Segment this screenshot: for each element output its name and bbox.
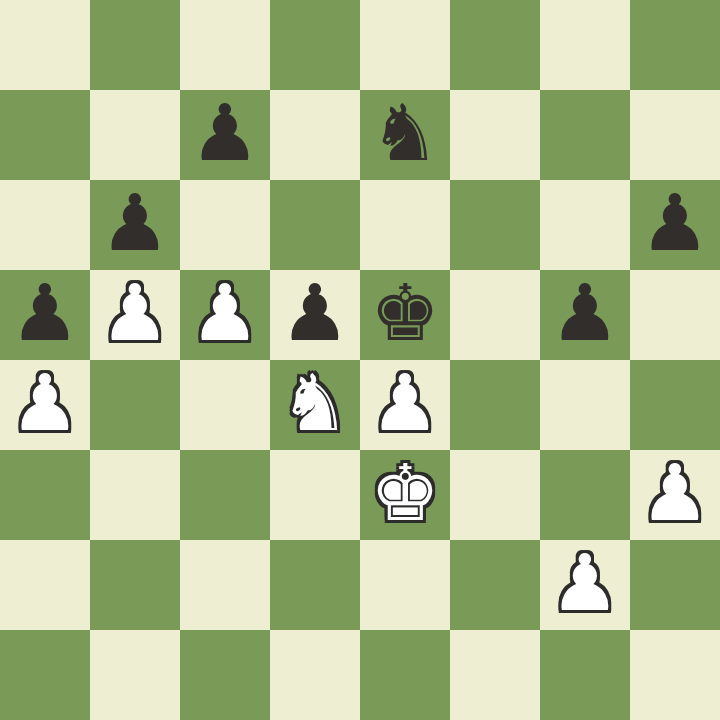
square-a8[interactable] xyxy=(0,0,90,90)
square-c2[interactable] xyxy=(180,540,270,630)
square-d7[interactable] xyxy=(270,90,360,180)
square-g7[interactable] xyxy=(540,90,630,180)
square-c7[interactable]: ♟ xyxy=(180,90,270,180)
black-pawn[interactable]: ♟ xyxy=(10,268,80,358)
square-c1[interactable] xyxy=(180,630,270,720)
square-b2[interactable] xyxy=(90,540,180,630)
square-d2[interactable] xyxy=(270,540,360,630)
square-c3[interactable] xyxy=(180,450,270,540)
square-f1[interactable] xyxy=(450,630,540,720)
square-h7[interactable] xyxy=(630,90,720,180)
square-h8[interactable] xyxy=(630,0,720,90)
square-d5[interactable]: ♟ xyxy=(270,270,360,360)
square-h6[interactable]: ♟ xyxy=(630,180,720,270)
square-f8[interactable] xyxy=(450,0,540,90)
black-pawn[interactable]: ♟ xyxy=(550,268,620,358)
square-a3[interactable] xyxy=(0,450,90,540)
white-pawn[interactable]: ♟ xyxy=(100,268,170,358)
square-b7[interactable] xyxy=(90,90,180,180)
square-c5[interactable]: ♟ xyxy=(180,270,270,360)
square-d3[interactable] xyxy=(270,450,360,540)
black-pawn[interactable]: ♟ xyxy=(190,88,260,178)
square-e2[interactable] xyxy=(360,540,450,630)
square-f3[interactable] xyxy=(450,450,540,540)
square-d4[interactable]: ♞ xyxy=(270,360,360,450)
square-d1[interactable] xyxy=(270,630,360,720)
white-pawn[interactable]: ♟ xyxy=(640,448,710,538)
square-b8[interactable] xyxy=(90,0,180,90)
square-b4[interactable] xyxy=(90,360,180,450)
square-f4[interactable] xyxy=(450,360,540,450)
square-f2[interactable] xyxy=(450,540,540,630)
square-a7[interactable] xyxy=(0,90,90,180)
square-e3[interactable]: ♚ xyxy=(360,450,450,540)
square-h1[interactable] xyxy=(630,630,720,720)
square-a2[interactable] xyxy=(0,540,90,630)
square-g5[interactable]: ♟ xyxy=(540,270,630,360)
black-pawn[interactable]: ♟ xyxy=(100,178,170,268)
chess-board: ♟♞♟♟♟♟♟♟♚♟♟♞♟♚♟♟ xyxy=(0,0,720,720)
white-pawn[interactable]: ♟ xyxy=(190,268,260,358)
white-king[interactable]: ♚ xyxy=(370,448,440,538)
square-b3[interactable] xyxy=(90,450,180,540)
square-a6[interactable] xyxy=(0,180,90,270)
square-e6[interactable] xyxy=(360,180,450,270)
square-b1[interactable] xyxy=(90,630,180,720)
white-pawn[interactable]: ♟ xyxy=(370,358,440,448)
square-g8[interactable] xyxy=(540,0,630,90)
square-e8[interactable] xyxy=(360,0,450,90)
square-g3[interactable] xyxy=(540,450,630,540)
black-pawn[interactable]: ♟ xyxy=(640,178,710,268)
square-a4[interactable]: ♟ xyxy=(0,360,90,450)
square-g2[interactable]: ♟ xyxy=(540,540,630,630)
square-c6[interactable] xyxy=(180,180,270,270)
square-f7[interactable] xyxy=(450,90,540,180)
black-king[interactable]: ♚ xyxy=(370,268,440,358)
square-d6[interactable] xyxy=(270,180,360,270)
square-d8[interactable] xyxy=(270,0,360,90)
square-e4[interactable]: ♟ xyxy=(360,360,450,450)
black-knight[interactable]: ♞ xyxy=(370,88,440,178)
square-e5[interactable]: ♚ xyxy=(360,270,450,360)
square-h4[interactable] xyxy=(630,360,720,450)
square-b5[interactable]: ♟ xyxy=(90,270,180,360)
square-f5[interactable] xyxy=(450,270,540,360)
square-c8[interactable] xyxy=(180,0,270,90)
square-g6[interactable] xyxy=(540,180,630,270)
square-f6[interactable] xyxy=(450,180,540,270)
square-e1[interactable] xyxy=(360,630,450,720)
square-a1[interactable] xyxy=(0,630,90,720)
square-g4[interactable] xyxy=(540,360,630,450)
square-h5[interactable] xyxy=(630,270,720,360)
square-h2[interactable] xyxy=(630,540,720,630)
square-e7[interactable]: ♞ xyxy=(360,90,450,180)
square-h3[interactable]: ♟ xyxy=(630,450,720,540)
white-pawn[interactable]: ♟ xyxy=(550,538,620,628)
white-pawn[interactable]: ♟ xyxy=(10,358,80,448)
white-knight[interactable]: ♞ xyxy=(280,358,350,448)
square-g1[interactable] xyxy=(540,630,630,720)
square-a5[interactable]: ♟ xyxy=(0,270,90,360)
black-pawn[interactable]: ♟ xyxy=(280,268,350,358)
square-c4[interactable] xyxy=(180,360,270,450)
square-b6[interactable]: ♟ xyxy=(90,180,180,270)
